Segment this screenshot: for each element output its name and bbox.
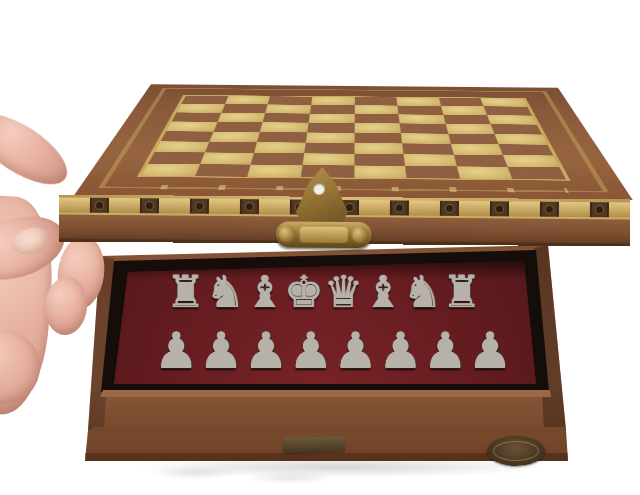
band-ornament [442, 201, 457, 216]
square-f5[interactable] [400, 123, 448, 133]
square-e6[interactable] [354, 114, 400, 124]
square-b6[interactable] [217, 113, 265, 123]
square-g7[interactable] [441, 106, 488, 115]
band-brass-plate [459, 201, 490, 216]
square-b5[interactable] [213, 122, 263, 132]
square-e7[interactable] [354, 105, 398, 114]
square-c6[interactable] [263, 113, 310, 123]
square-e3[interactable] [354, 143, 404, 154]
square-h5[interactable] [491, 124, 542, 134]
square-f1[interactable] [405, 166, 460, 179]
square-a7[interactable] [177, 104, 225, 113]
band-brass-plate [209, 199, 240, 214]
square-e1[interactable] [354, 165, 407, 178]
square-b3[interactable] [204, 142, 257, 153]
band-brass-plate [259, 199, 290, 214]
square-d5[interactable] [307, 123, 354, 133]
square-d7[interactable] [310, 105, 354, 114]
square-f3[interactable] [402, 143, 453, 154]
square-b1[interactable] [195, 164, 251, 177]
chessboard [137, 95, 571, 181]
square-c2[interactable] [251, 153, 304, 165]
frame-ornaments [138, 184, 569, 192]
latch-hole [313, 183, 325, 195]
latch-scroll-end [279, 225, 296, 242]
square-f4[interactable] [401, 133, 451, 144]
band-brass-plate [359, 200, 390, 215]
square-h1[interactable] [508, 167, 566, 180]
band-brass-plate [59, 198, 90, 213]
band-ornament [92, 198, 107, 213]
square-f7[interactable] [398, 106, 444, 115]
chess-box-photo: ♜♞♝♚♛♝♞♜ ♟♟♟♟♟♟♟♟ [0, 0, 640, 495]
square-c4[interactable] [257, 132, 307, 143]
band-ornament [242, 199, 257, 214]
band-brass-plate [559, 202, 590, 217]
band-ornament [592, 202, 607, 217]
board-top-surface [74, 84, 632, 200]
square-c3[interactable] [254, 142, 305, 153]
square-c7[interactable] [265, 105, 311, 114]
band-ornament [192, 199, 207, 214]
square-g4[interactable] [448, 134, 499, 145]
square-h6[interactable] [487, 115, 536, 125]
square-a1[interactable] [141, 164, 199, 177]
square-a2[interactable] [148, 152, 204, 164]
square-d6[interactable] [309, 114, 355, 124]
square-d2[interactable] [302, 153, 353, 165]
square-c1[interactable] [248, 164, 303, 177]
band-brass-plate [509, 201, 540, 216]
band-ornament [542, 202, 557, 217]
square-b7[interactable] [221, 104, 268, 113]
band-ornament [492, 201, 507, 216]
square-d4[interactable] [306, 132, 354, 143]
square-a4[interactable] [161, 131, 214, 142]
square-a6[interactable] [172, 112, 221, 121]
square-d3[interactable] [304, 143, 354, 154]
board-lid[interactable] [0, 0, 640, 495]
square-e2[interactable] [354, 154, 405, 166]
square-f2[interactable] [404, 154, 457, 166]
band-brass-plate [159, 198, 190, 213]
band-brass-plate [409, 201, 440, 216]
square-b4[interactable] [209, 132, 260, 143]
band-brass-plate [109, 198, 140, 213]
band-ornament [392, 200, 407, 215]
square-g5[interactable] [445, 124, 494, 134]
square-h4[interactable] [495, 134, 547, 145]
board-frame [74, 84, 632, 200]
square-g3[interactable] [451, 144, 504, 155]
square-f6[interactable] [399, 114, 446, 124]
square-b2[interactable] [200, 153, 255, 165]
band-brass-plate [609, 202, 630, 217]
square-c5[interactable] [260, 122, 308, 132]
square-a5[interactable] [166, 121, 217, 131]
square-g2[interactable] [454, 155, 508, 167]
square-h3[interactable] [499, 144, 553, 155]
band-ornament [142, 198, 157, 213]
square-h7[interactable] [484, 106, 532, 115]
square-g1[interactable] [457, 166, 513, 179]
square-h2[interactable] [503, 155, 559, 167]
square-e5[interactable] [354, 123, 401, 133]
square-g6[interactable] [443, 115, 491, 125]
latch-scroll-end [352, 226, 369, 243]
square-e4[interactable] [354, 133, 402, 144]
square-a3[interactable] [155, 141, 209, 152]
